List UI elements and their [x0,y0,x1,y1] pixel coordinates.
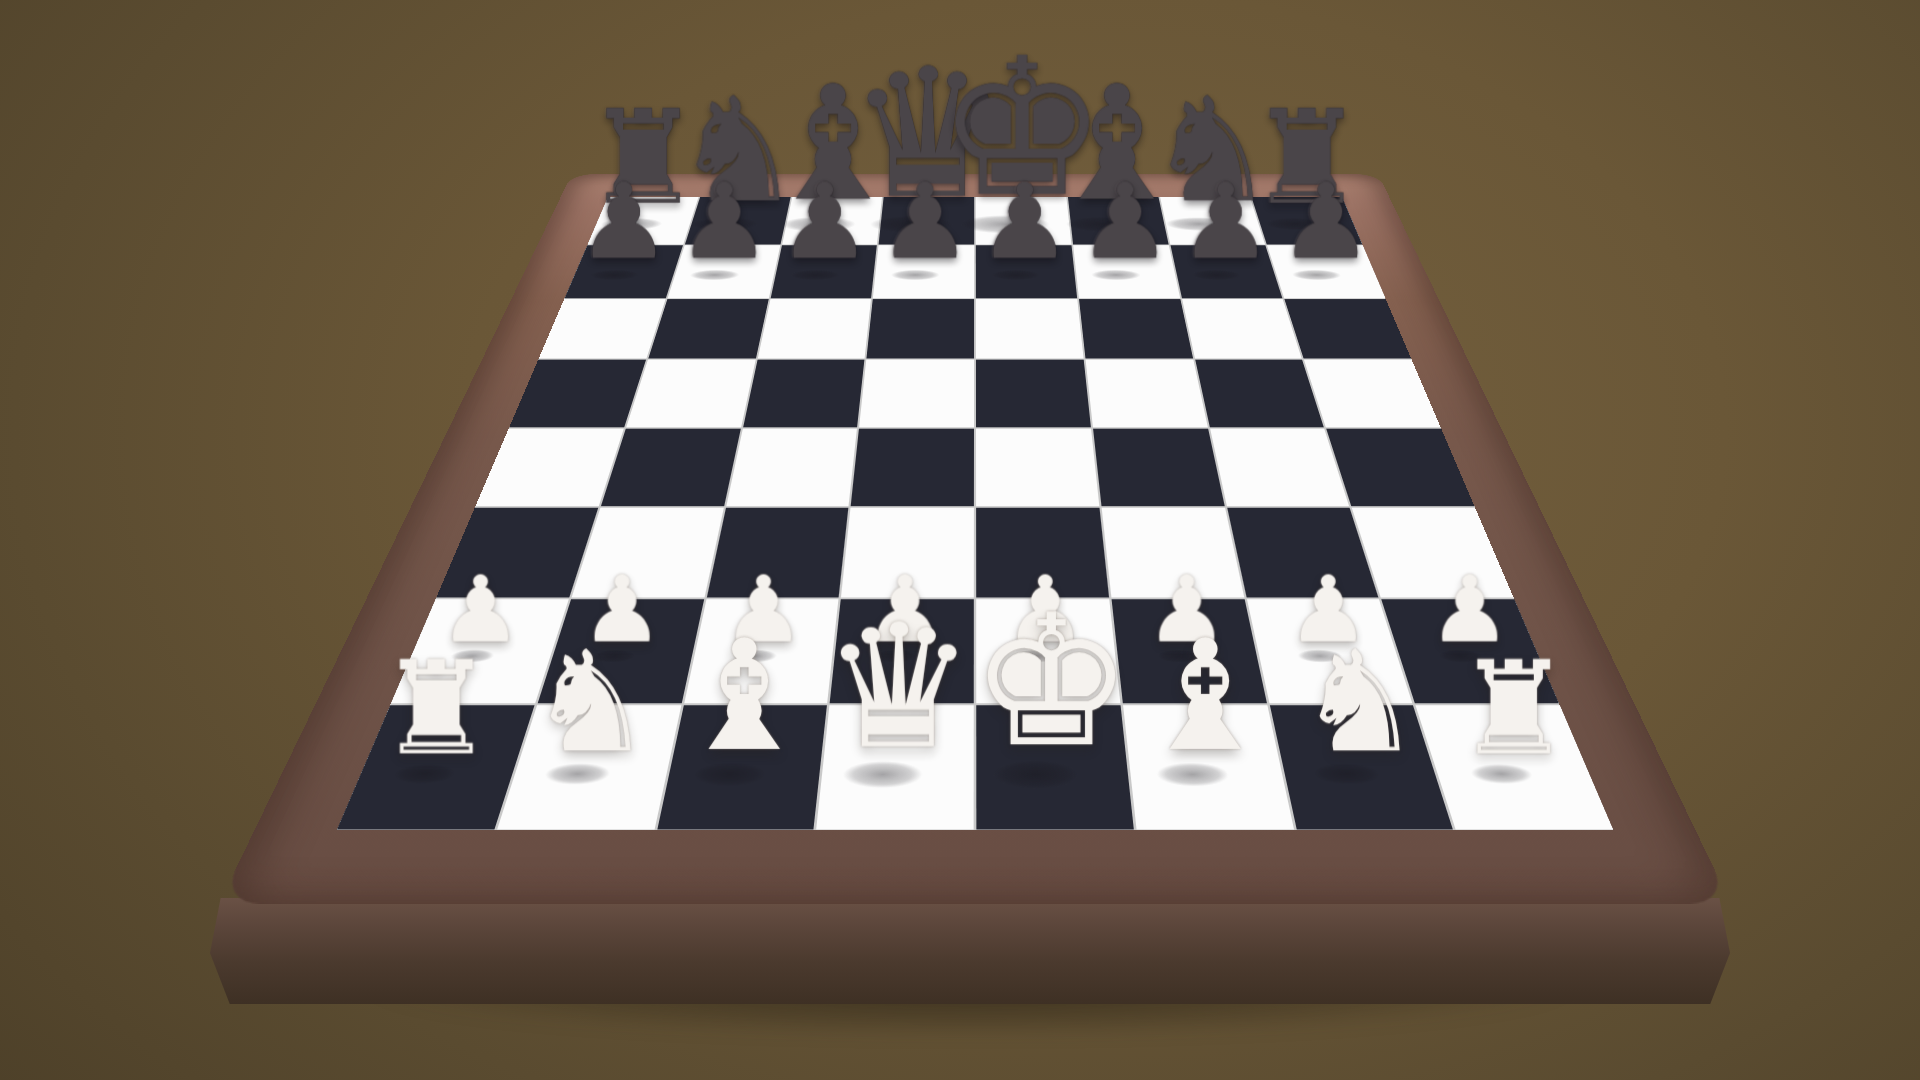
square-d5[interactable] [859,360,974,428]
square-d4[interactable] [851,429,974,506]
square-e1[interactable]: ♚ [976,705,1133,829]
piece-black-pawn[interactable]: ♟ [778,169,872,274]
piece-white-queen[interactable]: ♛ [821,601,974,772]
square-c5[interactable] [743,360,865,428]
square-c7[interactable]: ♟ [770,245,877,298]
square-g5[interactable] [1195,360,1324,428]
piece-white-bishop[interactable]: ♝ [1137,620,1274,773]
piece-white-rook[interactable]: ♜ [1455,643,1571,772]
square-c1[interactable]: ♝ [657,705,828,829]
piece-white-rook[interactable]: ♜ [379,643,495,772]
square-g6[interactable] [1182,299,1302,359]
square-b4[interactable] [601,429,741,506]
square-f5[interactable] [1085,360,1207,428]
square-d1[interactable]: ♛ [817,705,974,829]
piece-black-pawn[interactable]: ♟ [678,169,772,274]
square-e4[interactable] [976,429,1099,506]
square-g1[interactable]: ♞ [1269,705,1453,829]
piece-black-pawn[interactable]: ♟ [1078,169,1172,274]
piece-white-bishop[interactable]: ♝ [676,620,813,773]
piece-black-pawn[interactable]: ♟ [878,169,972,274]
board-grid: ♜♞♝♛♚♝♞♜♟♟♟♟♟♟♟♟♟♟♟♟♟♟♟♟♜♞♝♛♚♝♞♜ [337,197,1613,830]
square-d7[interactable]: ♟ [873,245,974,298]
square-a5[interactable] [509,360,646,428]
square-b7[interactable]: ♟ [667,245,779,298]
chess-scene: ♜♞♝♛♚♝♞♜♟♟♟♟♟♟♟♟♟♟♟♟♟♟♟♟♜♞♝♛♚♝♞♜ [0,0,1920,1080]
square-f1[interactable]: ♝ [1123,705,1294,829]
piece-white-knight[interactable]: ♞ [528,633,653,773]
square-b1[interactable]: ♞ [497,705,681,829]
piece-black-pawn[interactable]: ♟ [1279,169,1373,274]
square-b6[interactable] [648,299,768,359]
square-c6[interactable] [757,299,871,359]
square-h5[interactable] [1304,360,1441,428]
square-e5[interactable] [976,360,1091,428]
square-h7[interactable]: ♟ [1267,245,1385,298]
piece-black-pawn[interactable]: ♟ [978,169,1072,274]
square-a4[interactable] [476,429,624,506]
square-d6[interactable] [867,299,974,359]
square-c4[interactable] [726,429,857,506]
square-a7[interactable]: ♟ [565,245,683,298]
square-e7[interactable]: ♟ [976,245,1077,298]
perspective-viewport: ♜♞♝♛♚♝♞♜♟♟♟♟♟♟♟♟♟♟♟♟♟♟♟♟♜♞♝♛♚♝♞♜ [0,0,1920,1080]
piece-white-knight[interactable]: ♞ [1297,633,1422,773]
square-f4[interactable] [1093,429,1224,506]
square-f6[interactable] [1079,299,1193,359]
square-e6[interactable] [976,299,1083,359]
board-frame[interactable]: ♜♞♝♛♚♝♞♜♟♟♟♟♟♟♟♟♟♟♟♟♟♟♟♟♜♞♝♛♚♝♞♜ [219,174,1731,904]
piece-black-pawn[interactable]: ♟ [577,169,671,274]
square-h6[interactable] [1285,299,1412,359]
piece-black-pawn[interactable]: ♟ [1179,169,1273,274]
square-h4[interactable] [1326,429,1474,506]
square-g7[interactable]: ♟ [1170,245,1282,298]
square-g4[interactable] [1210,429,1350,506]
square-a6[interactable] [539,299,666,359]
square-b5[interactable] [626,360,755,428]
square-f7[interactable]: ♟ [1073,245,1180,298]
piece-white-king[interactable]: ♚ [970,591,1133,773]
